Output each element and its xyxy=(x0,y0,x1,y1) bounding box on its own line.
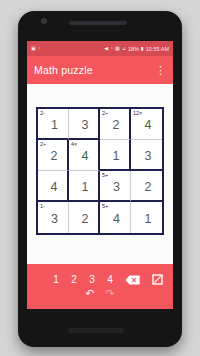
cell-value: 4 xyxy=(142,116,152,132)
cell-r1c3[interactable]: 2÷2 xyxy=(100,109,131,140)
cell-r1c4[interactable]: 12×4 xyxy=(131,109,162,140)
cell-value: 4 xyxy=(48,178,58,194)
status-bar: ▣ ◔ ◀ ◔ ▦ ⊿ 18% ▮ 10:55 AM xyxy=(27,41,173,56)
cell-r3c3[interactable]: 5+3 xyxy=(100,171,131,202)
phone-frame: ▣ ◔ ◀ ◔ ▦ ⊿ 18% ▮ 10:55 AM Math puzzle ⋮… xyxy=(18,11,182,347)
cage-label: 2÷ xyxy=(102,110,108,116)
key-3[interactable]: 3 xyxy=(89,274,95,285)
key-1[interactable]: 1 xyxy=(53,274,59,285)
cage-label: 4× xyxy=(71,141,77,147)
cell-r2c2[interactable]: 4×4 xyxy=(69,140,100,171)
cage-label: 2÷ xyxy=(40,141,46,147)
battery-icon: ▮ xyxy=(141,46,144,51)
status-left-icons: ▣ ◔ xyxy=(31,46,41,51)
network-icon: ▦ xyxy=(115,46,120,51)
puzzle-area: 2-1 3 2÷2 12×4 2÷2 4×4 1 3 4 1 5+3 2 1-3… xyxy=(27,84,173,264)
history-controls: ↶ ↷ xyxy=(85,288,114,299)
earpiece-speaker xyxy=(69,21,127,25)
signal-icon: ⊿ xyxy=(122,46,126,51)
cage-label: 1- xyxy=(40,203,45,209)
key-4[interactable]: 4 xyxy=(107,274,113,285)
cell-r3c4[interactable]: 2 xyxy=(131,171,162,202)
keypad-bar: 1 2 3 4 ↶ ↷ xyxy=(27,264,173,309)
clock-text: 10:55 AM xyxy=(146,46,169,52)
cell-value: 1 xyxy=(79,178,89,194)
cell-value: 2 xyxy=(142,178,152,194)
backspace-icon[interactable] xyxy=(125,275,140,285)
cell-value: 1 xyxy=(110,147,120,163)
status-right-icons: ◀ ◔ ▦ ⊿ 18% ▮ 10:55 AM xyxy=(104,46,169,52)
timer-icon: ◔ xyxy=(38,46,41,51)
cell-value: 2 xyxy=(48,147,58,163)
cell-value: 2 xyxy=(79,210,89,226)
cage-label: 2- xyxy=(40,110,45,116)
battery-percent: 18% xyxy=(128,46,139,52)
cage-label: 12× xyxy=(133,110,142,116)
phone-screen: ▣ ◔ ◀ ◔ ▦ ⊿ 18% ▮ 10:55 AM Math puzzle ⋮… xyxy=(27,41,173,309)
cell-r1c1[interactable]: 2-1 xyxy=(38,109,69,140)
cell-value: 3 xyxy=(79,116,89,132)
bottom-speaker xyxy=(68,328,124,333)
cell-value: 3 xyxy=(142,147,152,163)
digit-keys: 1 2 3 4 xyxy=(53,274,163,285)
cell-value: 4 xyxy=(79,147,89,163)
cell-value: 1 xyxy=(48,116,58,132)
cell-value: 3 xyxy=(110,178,120,194)
cell-value: 3 xyxy=(48,210,58,226)
undo-icon[interactable]: ↶ xyxy=(85,288,94,299)
app-title: Math puzzle xyxy=(34,64,93,76)
cell-r3c2[interactable]: 1 xyxy=(69,171,100,202)
cell-r2c3[interactable]: 1 xyxy=(100,140,131,171)
front-camera xyxy=(41,18,47,24)
app-bar: Math puzzle ⋮ xyxy=(27,56,173,84)
redo-icon[interactable]: ↷ xyxy=(106,288,115,299)
pencil-mode-icon[interactable] xyxy=(152,274,163,285)
cell-value: 2 xyxy=(110,116,120,132)
cell-r3c1[interactable]: 4 xyxy=(38,171,69,202)
cell-r4c4[interactable]: 1 xyxy=(131,202,162,233)
cage-label: 5+ xyxy=(102,203,108,209)
screenshot-icon: ▣ xyxy=(31,46,36,51)
cell-r2c4[interactable]: 3 xyxy=(131,140,162,171)
alarm-icon: ◔ xyxy=(110,46,113,51)
cell-r4c2[interactable]: 2 xyxy=(69,202,100,233)
key-2[interactable]: 2 xyxy=(71,274,77,285)
volume-icon: ◀ xyxy=(104,46,108,51)
cell-r4c1[interactable]: 1-3 xyxy=(38,202,69,233)
cell-r4c3[interactable]: 5+4 xyxy=(100,202,131,233)
cell-r1c2[interactable]: 3 xyxy=(69,109,100,140)
cell-value: 4 xyxy=(110,210,120,226)
kenken-board: 2-1 3 2÷2 12×4 2÷2 4×4 1 3 4 1 5+3 2 1-3… xyxy=(36,107,164,235)
overflow-menu-icon[interactable]: ⋮ xyxy=(155,64,166,77)
cell-r2c1[interactable]: 2÷2 xyxy=(38,140,69,171)
cell-value: 1 xyxy=(142,210,152,226)
cage-label: 5+ xyxy=(102,172,108,178)
desktop-background: { "game": "KenKen / Mathdoku 4x4 (Math p… xyxy=(0,0,200,356)
